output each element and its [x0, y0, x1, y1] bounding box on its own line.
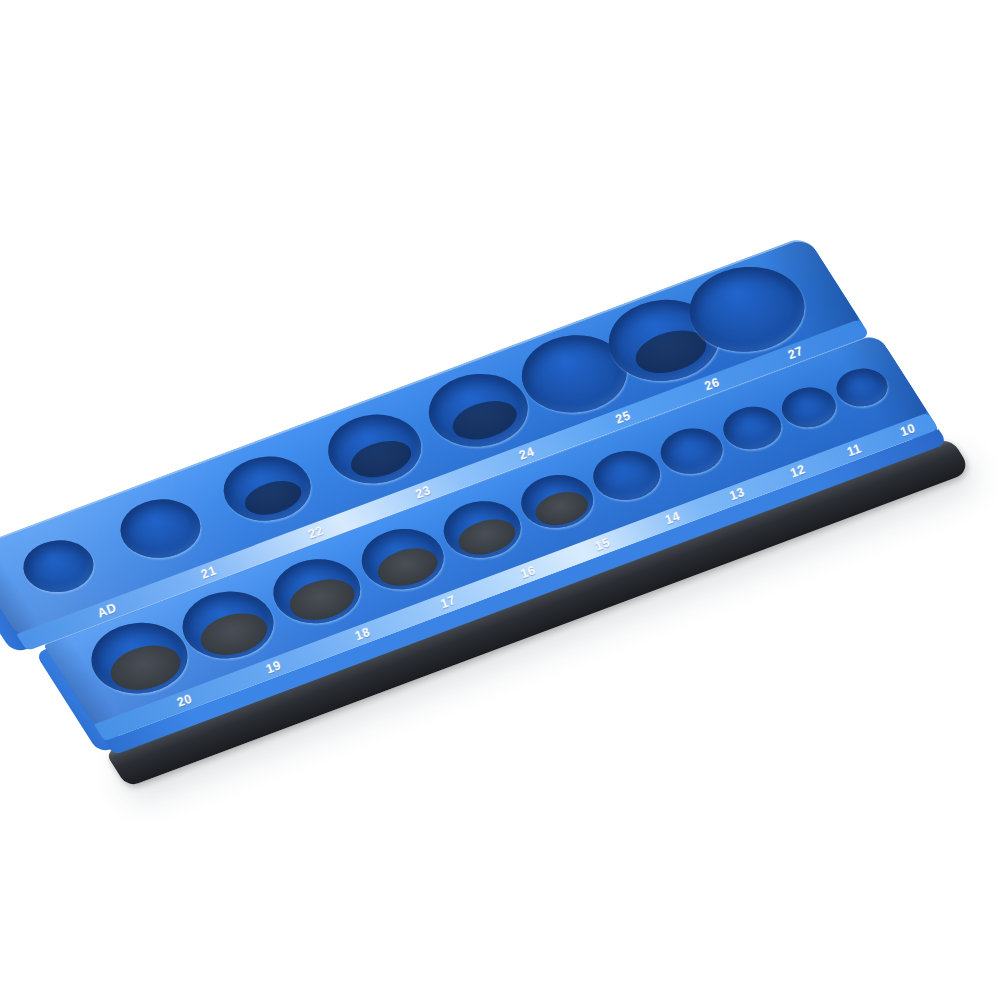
product-photo-stage: AD 21 22 23 24 25 26 27 20 19 18 17 16 1… [0, 0, 1000, 1000]
socket-organizer-tray: AD 21 22 23 24 25 26 27 20 19 18 17 16 1… [0, 199, 1000, 802]
